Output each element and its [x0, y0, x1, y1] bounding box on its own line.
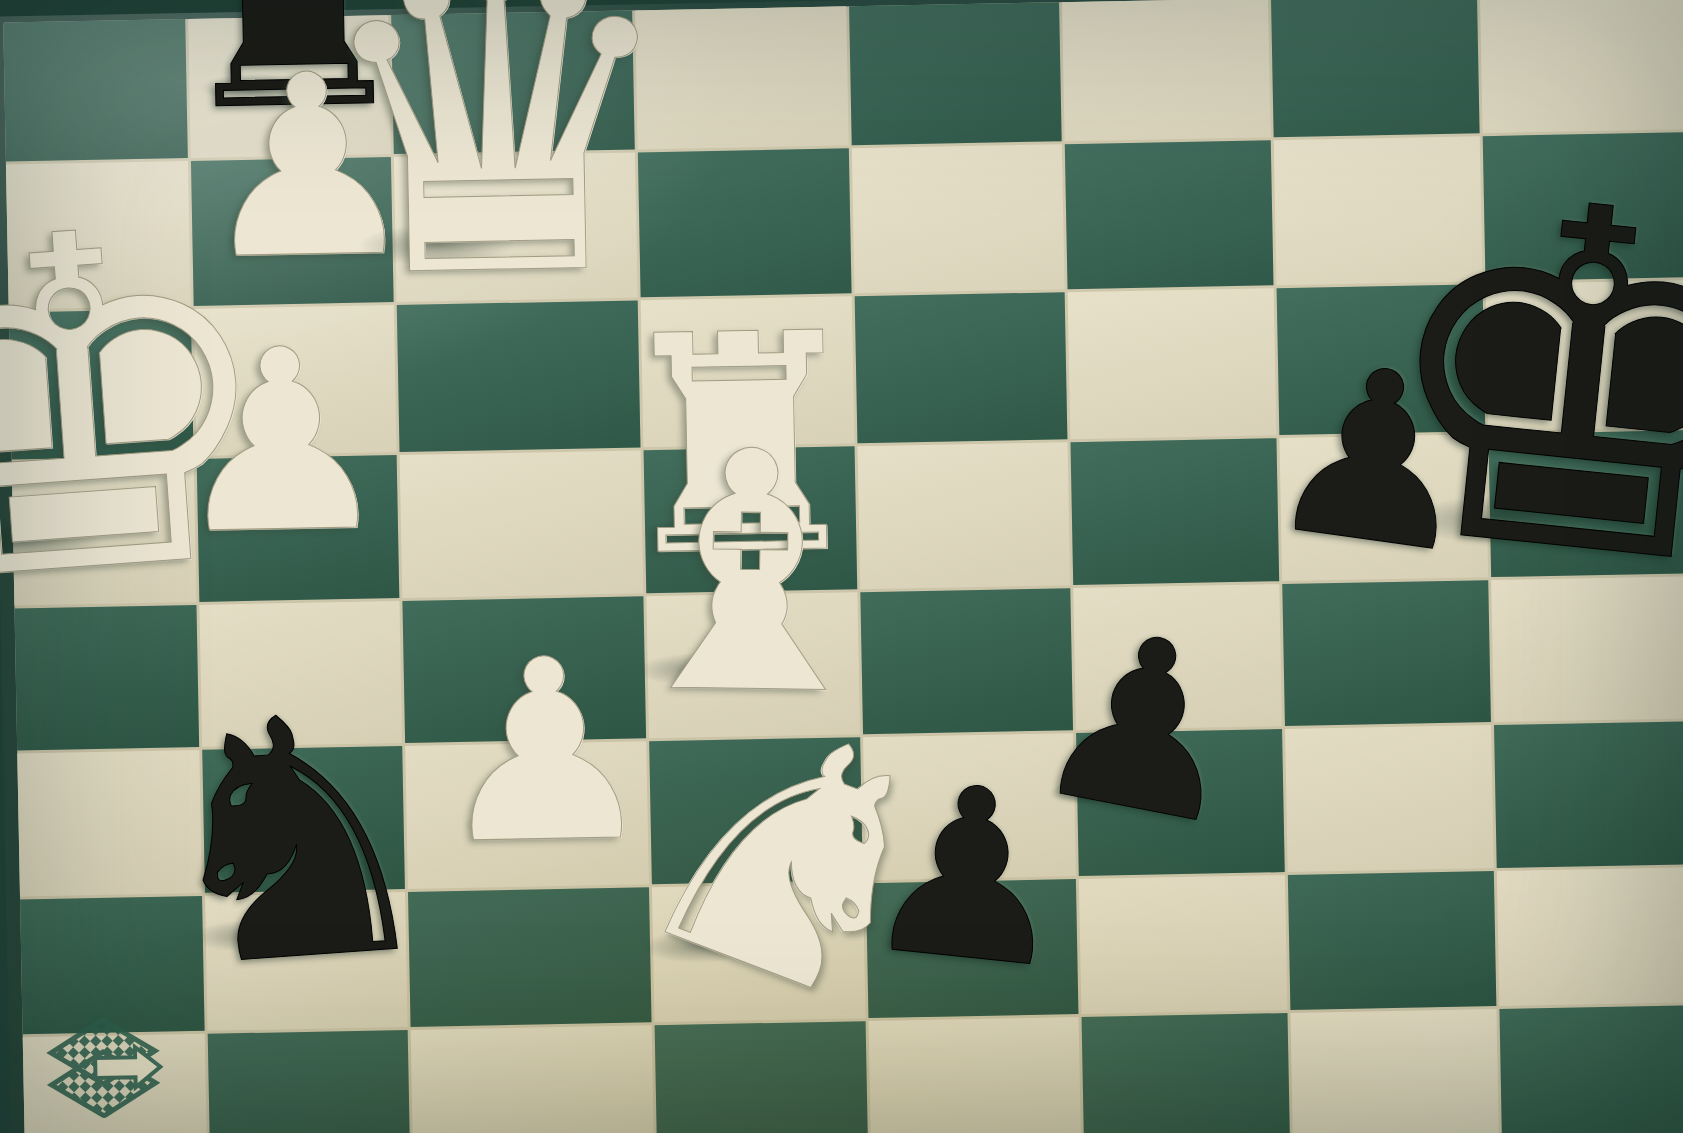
chessboard-photo: ♜♟♛♚♟♜♟♚♝♟♟♞♞♟ [0, 0, 1683, 1133]
white-king[interactable]: ♚ [0, 162, 322, 654]
black-knight[interactable]: ♞ [119, 665, 472, 1018]
black-king[interactable]: ♚ [1325, 127, 1683, 643]
pieces-layer: ♜♟♛♚♟♜♟♚♝♟♟♞♞♟ [0, 0, 1683, 1133]
board-maker-logo [42, 1017, 164, 1119]
vinyl-mat: ♜♟♛♚♟♜♟♚♝♟♟♞♞♟ [0, 0, 1683, 1133]
